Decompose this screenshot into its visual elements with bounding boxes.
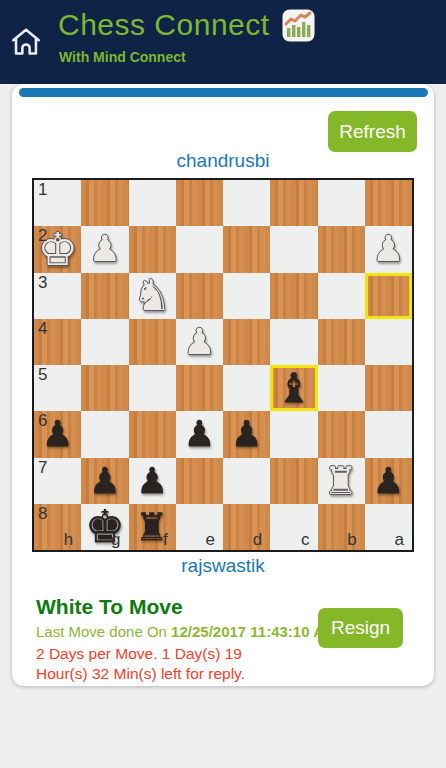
- home-icon[interactable]: [9, 25, 43, 59]
- square-h8[interactable]: 8h: [34, 504, 81, 550]
- square-b6[interactable]: [318, 411, 365, 457]
- file-label-h: h: [64, 531, 73, 550]
- square-a5[interactable]: [365, 365, 412, 411]
- square-f8[interactable]: ♜f: [129, 504, 176, 550]
- player-name: rajswastik: [12, 555, 434, 577]
- white-knight-piece: ♞: [133, 274, 172, 317]
- square-h3[interactable]: 3: [34, 273, 81, 319]
- square-b3[interactable]: [318, 273, 365, 319]
- app-title: Chess Connect: [58, 8, 270, 42]
- square-c2[interactable]: [270, 226, 317, 272]
- square-a2[interactable]: ♟: [365, 226, 412, 272]
- square-a4[interactable]: [365, 319, 412, 365]
- square-f2[interactable]: [129, 226, 176, 272]
- white-rook-piece: ♜: [324, 462, 358, 500]
- black-pawn-piece: ♟: [183, 416, 215, 452]
- square-a1[interactable]: [365, 180, 412, 226]
- time-control-text: 2 Days per Move. 1 Day(s) 19 Hour(s) 32 …: [36, 644, 286, 684]
- square-d3[interactable]: [223, 273, 270, 319]
- top-accent-bar: [19, 88, 428, 97]
- square-c6[interactable]: [270, 411, 317, 457]
- square-d2[interactable]: [223, 226, 270, 272]
- square-h2[interactable]: ♚2: [34, 226, 81, 272]
- square-d6[interactable]: ♟: [223, 411, 270, 457]
- rank-label-5: 5: [38, 366, 47, 385]
- resign-button[interactable]: Resign: [318, 608, 403, 648]
- square-g6[interactable]: [81, 411, 128, 457]
- square-g7[interactable]: ♟: [81, 458, 128, 504]
- square-h1[interactable]: 1: [34, 180, 81, 226]
- square-b8[interactable]: b: [318, 504, 365, 550]
- square-h4[interactable]: 4: [34, 319, 81, 365]
- rank-label-2: 2: [38, 227, 47, 246]
- rank-label-8: 8: [38, 505, 47, 524]
- black-pawn-piece: ♟: [372, 463, 404, 499]
- square-f1[interactable]: [129, 180, 176, 226]
- white-pawn-piece: ♟: [183, 324, 215, 360]
- square-d7[interactable]: [223, 458, 270, 504]
- rank-label-1: 1: [38, 181, 47, 200]
- refresh-button[interactable]: Refresh: [328, 111, 417, 152]
- square-c5[interactable]: ♝: [270, 365, 317, 411]
- square-f5[interactable]: [129, 365, 176, 411]
- square-f6[interactable]: [129, 411, 176, 457]
- last-move-prefix: Last Move done On: [36, 623, 171, 640]
- square-d5[interactable]: [223, 365, 270, 411]
- file-label-g: g: [111, 531, 120, 550]
- rank-label-6: 6: [38, 412, 47, 431]
- square-a6[interactable]: [365, 411, 412, 457]
- file-label-f: f: [163, 531, 168, 550]
- square-b2[interactable]: [318, 226, 365, 272]
- square-g5[interactable]: [81, 365, 128, 411]
- square-f7[interactable]: ♟: [129, 458, 176, 504]
- white-pawn-piece: ♟: [372, 231, 404, 267]
- square-e8[interactable]: e: [176, 504, 223, 550]
- square-c3[interactable]: [270, 273, 317, 319]
- black-pawn-piece: ♟: [136, 463, 168, 499]
- square-d1[interactable]: [223, 180, 270, 226]
- square-c7[interactable]: [270, 458, 317, 504]
- square-c8[interactable]: c: [270, 504, 317, 550]
- square-e1[interactable]: [176, 180, 223, 226]
- square-a8[interactable]: a: [365, 504, 412, 550]
- square-c4[interactable]: [270, 319, 317, 365]
- square-b1[interactable]: [318, 180, 365, 226]
- square-e6[interactable]: ♟: [176, 411, 223, 457]
- square-d8[interactable]: d: [223, 504, 270, 550]
- chess-board: 1♚2♟♟3♞4♟5♝♟6♟♟7♟♟♜♟8h♚g♜fedcba: [32, 178, 414, 552]
- file-label-b: b: [347, 531, 356, 550]
- square-f4[interactable]: [129, 319, 176, 365]
- square-h6[interactable]: ♟6: [34, 411, 81, 457]
- rank-label-7: 7: [38, 459, 47, 478]
- square-f3[interactable]: ♞: [129, 273, 176, 319]
- white-pawn-piece: ♟: [89, 231, 121, 267]
- last-move-time: 12/25/2017 11:43:10 AM: [171, 623, 336, 640]
- app-subtitle: With Mind Connect: [59, 49, 186, 65]
- square-a3[interactable]: [365, 273, 412, 319]
- square-h7[interactable]: 7: [34, 458, 81, 504]
- square-g3[interactable]: [81, 273, 128, 319]
- last-move-line: Last Move done On 12/25/2017 11:43:10 AM: [36, 623, 337, 640]
- square-b4[interactable]: [318, 319, 365, 365]
- square-g8[interactable]: ♚g: [81, 504, 128, 550]
- black-bishop-piece: ♝: [275, 368, 312, 409]
- square-d4[interactable]: [223, 319, 270, 365]
- file-label-d: d: [253, 531, 262, 550]
- stats-chart-icon[interactable]: [282, 9, 315, 42]
- square-e7[interactable]: [176, 458, 223, 504]
- game-card: Refresh chandrusbi 1♚2♟♟3♞4♟5♝♟6♟♟7♟♟♜♟8…: [12, 84, 434, 686]
- file-label-e: e: [206, 531, 215, 550]
- square-c1[interactable]: [270, 180, 317, 226]
- square-b7[interactable]: ♜: [318, 458, 365, 504]
- square-e5[interactable]: [176, 365, 223, 411]
- opponent-name: chandrusbi: [12, 150, 434, 172]
- square-a7[interactable]: ♟: [365, 458, 412, 504]
- square-e4[interactable]: ♟: [176, 319, 223, 365]
- square-h5[interactable]: 5: [34, 365, 81, 411]
- black-pawn-piece: ♟: [89, 463, 121, 499]
- black-pawn-piece: ♟: [230, 416, 262, 452]
- file-label-a: a: [395, 531, 404, 550]
- square-e2[interactable]: [176, 226, 223, 272]
- square-g4[interactable]: [81, 319, 128, 365]
- rank-label-3: 3: [38, 274, 47, 293]
- square-g2[interactable]: ♟: [81, 226, 128, 272]
- file-label-c: c: [301, 531, 310, 550]
- square-e3[interactable]: [176, 273, 223, 319]
- square-b5[interactable]: [318, 365, 365, 411]
- app-header: Chess Connect With Mind Connect: [0, 0, 446, 84]
- rank-label-4: 4: [38, 320, 47, 339]
- square-g1[interactable]: [81, 180, 128, 226]
- turn-indicator: White To Move: [36, 595, 183, 619]
